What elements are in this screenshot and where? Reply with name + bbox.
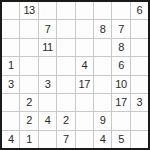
- clue-number: 1: [26, 134, 32, 145]
- cell-r3c2[interactable]: [20, 39, 37, 56]
- cell-r6c3[interactable]: [39, 94, 56, 111]
- cell-r2c1[interactable]: [2, 20, 19, 37]
- clue-number: 4: [45, 115, 51, 126]
- cell-r5c6[interactable]: [94, 76, 111, 93]
- cell-r1c2: 13: [20, 2, 37, 19]
- cell-r8c4: 7: [57, 131, 74, 148]
- cell-r8c5[interactable]: [76, 131, 93, 148]
- clue-number: 8: [118, 42, 124, 53]
- cell-r6c2: 2: [20, 94, 37, 111]
- puzzle-board: 1367871181463317102173242941745: [0, 0, 150, 150]
- cell-r2c4[interactable]: [57, 20, 74, 37]
- cell-r5c4[interactable]: [57, 76, 74, 93]
- clue-number: 4: [8, 134, 14, 145]
- clue-number: 11: [42, 42, 52, 53]
- cell-r3c8[interactable]: [131, 39, 148, 56]
- cell-r1c1[interactable]: [2, 2, 19, 19]
- cell-r4c1: 1: [2, 57, 19, 74]
- cell-r4c6[interactable]: [94, 57, 111, 74]
- cell-r3c3: 11: [39, 39, 56, 56]
- cell-r5c2[interactable]: [20, 76, 37, 93]
- clue-number: 7: [63, 134, 69, 145]
- clue-number: 5: [118, 134, 124, 145]
- clue-number: 8: [100, 24, 106, 35]
- cell-r8c7: 5: [112, 131, 129, 148]
- cell-r2c3: 7: [39, 20, 56, 37]
- clue-number: 10: [115, 79, 126, 90]
- clue-number: 7: [45, 24, 51, 35]
- cell-r1c4[interactable]: [57, 2, 74, 19]
- cell-r5c5: 17: [76, 76, 93, 93]
- clue-number: 6: [137, 5, 143, 16]
- cell-r7c6: 9: [94, 112, 111, 129]
- cell-r2c8[interactable]: [131, 20, 148, 37]
- cell-r5c8[interactable]: [131, 76, 148, 93]
- cell-r6c6[interactable]: [94, 94, 111, 111]
- cell-r6c4[interactable]: [57, 94, 74, 111]
- cell-r1c8: 6: [131, 2, 148, 19]
- cell-r1c3[interactable]: [39, 2, 56, 19]
- cell-r7c1[interactable]: [2, 112, 19, 129]
- cell-r1c7[interactable]: [112, 2, 129, 19]
- clue-number: 13: [23, 5, 34, 16]
- cell-r4c5: 4: [76, 57, 93, 74]
- cell-r3c1[interactable]: [2, 39, 19, 56]
- clue-number: 7: [118, 24, 124, 35]
- cell-r3c6[interactable]: [94, 39, 111, 56]
- cell-r4c4[interactable]: [57, 57, 74, 74]
- cell-r7c7[interactable]: [112, 112, 129, 129]
- clue-number: 2: [26, 115, 32, 126]
- cell-r6c7: 17: [112, 94, 129, 111]
- clue-number: 3: [45, 79, 51, 90]
- cell-r3c5[interactable]: [76, 39, 93, 56]
- cell-r6c5[interactable]: [76, 94, 93, 111]
- cell-r6c1[interactable]: [2, 94, 19, 111]
- cell-r2c6: 8: [94, 20, 111, 37]
- clue-number: 9: [100, 115, 106, 126]
- cell-r2c5[interactable]: [76, 20, 93, 37]
- cell-r8c3[interactable]: [39, 131, 56, 148]
- cell-r5c7: 10: [112, 76, 129, 93]
- cell-r1c6[interactable]: [94, 2, 111, 19]
- clue-number: 17: [115, 97, 126, 108]
- cell-r8c6: 4: [94, 131, 111, 148]
- cell-r3c7: 8: [112, 39, 129, 56]
- cell-r1c5[interactable]: [76, 2, 93, 19]
- cell-r4c8[interactable]: [131, 57, 148, 74]
- cell-r7c4: 2: [57, 112, 74, 129]
- cell-r4c2[interactable]: [20, 57, 37, 74]
- cell-r7c5[interactable]: [76, 112, 93, 129]
- clue-number: 2: [26, 97, 32, 108]
- clue-number: 1: [8, 60, 14, 71]
- cell-r8c1: 4: [2, 131, 19, 148]
- cell-r2c2[interactable]: [20, 20, 37, 37]
- cell-r4c3[interactable]: [39, 57, 56, 74]
- cell-r8c2: 1: [20, 131, 37, 148]
- cell-r3c4[interactable]: [57, 39, 74, 56]
- cell-r5c3: 3: [39, 76, 56, 93]
- clue-number: 4: [81, 60, 87, 71]
- cell-r7c8[interactable]: [131, 112, 148, 129]
- cell-r2c7: 7: [112, 20, 129, 37]
- cell-r7c2: 2: [20, 112, 37, 129]
- cell-r4c7: 6: [112, 57, 129, 74]
- cell-r7c3: 4: [39, 112, 56, 129]
- cell-r8c8[interactable]: [131, 131, 148, 148]
- cell-r5c1: 3: [2, 76, 19, 93]
- clue-number: 3: [8, 79, 14, 90]
- clue-number: 3: [137, 97, 143, 108]
- clue-number: 6: [118, 60, 124, 71]
- clue-number: 4: [100, 134, 106, 145]
- cell-r6c8: 3: [131, 94, 148, 111]
- clue-number: 17: [79, 79, 90, 90]
- clue-number: 2: [63, 115, 69, 126]
